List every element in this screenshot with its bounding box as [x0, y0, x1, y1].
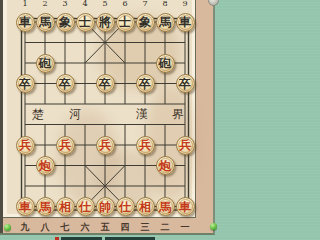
black-piece-卒[interactable]: 卒 [136, 74, 155, 93]
river-label-han: 漢 [136, 106, 148, 123]
column-label-top-1: 1 [22, 0, 27, 8]
red-piece-兵[interactable]: 兵 [16, 136, 35, 155]
river-label-jie: 界 [172, 106, 184, 123]
status-dot-right [210, 223, 217, 230]
piece-glyph: 砲 [159, 57, 171, 69]
piece-glyph: 兵 [99, 139, 111, 151]
piece-glyph: 車 [179, 201, 191, 213]
piece-glyph: 車 [19, 201, 31, 213]
piece-glyph: 卒 [139, 78, 151, 90]
column-label-bottom-5: 五 [101, 221, 110, 234]
black-piece-車[interactable]: 車 [16, 13, 35, 32]
black-piece-馬[interactable]: 馬 [36, 13, 55, 32]
piece-glyph: 炮 [159, 160, 171, 172]
red-piece-馬[interactable]: 馬 [36, 197, 55, 216]
window-left-edge [0, 0, 3, 233]
piece-glyph: 炮 [39, 160, 51, 172]
column-label-top-5: 5 [102, 0, 107, 8]
piece-glyph: 車 [179, 16, 191, 28]
column-label-bottom-9: 一 [181, 221, 190, 234]
piece-glyph: 仕 [79, 201, 91, 213]
black-piece-卒[interactable]: 卒 [96, 74, 115, 93]
column-label-bottom-1: 九 [21, 221, 30, 234]
piece-glyph: 卒 [19, 78, 31, 90]
piece-glyph: 卒 [59, 78, 71, 90]
river-label-he: 河 [69, 106, 81, 123]
red-piece-仕[interactable]: 仕 [76, 197, 95, 216]
piece-glyph: 士 [119, 16, 131, 28]
piece-glyph: 象 [139, 16, 151, 28]
piece-glyph: 士 [79, 16, 91, 28]
river-label-chu: 楚 [32, 106, 44, 123]
red-piece-馬[interactable]: 馬 [156, 197, 175, 216]
black-piece-卒[interactable]: 卒 [176, 74, 195, 93]
column-label-top-8: 8 [162, 0, 167, 8]
column-label-top-4: 4 [82, 0, 87, 8]
piece-glyph: 帥 [99, 201, 111, 213]
black-piece-將[interactable]: 將 [96, 13, 115, 32]
red-piece-相[interactable]: 相 [56, 197, 75, 216]
red-piece-仕[interactable]: 仕 [116, 197, 135, 216]
screen: 123456789 九八七六五四三二一 楚 河 漢 界 車馬象士將士象馬車砲砲卒… [0, 0, 320, 240]
black-piece-象[interactable]: 象 [136, 13, 155, 32]
piece-glyph: 砲 [39, 57, 51, 69]
column-label-bottom-7: 三 [141, 221, 150, 234]
piece-glyph: 兵 [179, 139, 191, 151]
piece-glyph: 馬 [159, 201, 171, 213]
column-label-top-2: 2 [42, 0, 47, 8]
piece-glyph: 兵 [19, 139, 31, 151]
black-piece-卒[interactable]: 卒 [56, 74, 75, 93]
black-piece-士[interactable]: 士 [116, 13, 135, 32]
red-piece-兵[interactable]: 兵 [56, 136, 75, 155]
column-label-top-7: 7 [142, 0, 147, 8]
red-piece-兵[interactable]: 兵 [136, 136, 155, 155]
red-piece-兵[interactable]: 兵 [96, 136, 115, 155]
red-piece-相[interactable]: 相 [136, 197, 155, 216]
black-piece-車[interactable]: 車 [176, 13, 195, 32]
column-label-bottom-6: 四 [121, 221, 130, 234]
red-piece-炮[interactable]: 炮 [36, 156, 55, 175]
piece-glyph: 仕 [119, 201, 131, 213]
status-dot-left [4, 224, 11, 231]
piece-glyph: 馬 [39, 16, 51, 28]
column-label-top-3: 3 [62, 0, 67, 8]
red-piece-車[interactable]: 車 [176, 197, 195, 216]
column-label-bottom-4: 六 [81, 221, 90, 234]
red-piece-炮[interactable]: 炮 [156, 156, 175, 175]
piece-glyph: 卒 [99, 78, 111, 90]
column-label-top-9: 9 [182, 0, 187, 8]
piece-glyph: 馬 [39, 201, 51, 213]
piece-glyph: 相 [59, 201, 71, 213]
black-piece-卒[interactable]: 卒 [16, 74, 35, 93]
red-piece-車[interactable]: 車 [16, 197, 35, 216]
piece-glyph: 兵 [139, 139, 151, 151]
piece-glyph: 相 [139, 201, 151, 213]
black-piece-象[interactable]: 象 [56, 13, 75, 32]
black-piece-砲[interactable]: 砲 [156, 54, 175, 73]
piece-glyph: 馬 [159, 16, 171, 28]
column-label-bottom-8: 二 [161, 221, 170, 234]
black-piece-砲[interactable]: 砲 [36, 54, 55, 73]
piece-glyph: 將 [99, 16, 111, 28]
black-piece-士[interactable]: 士 [76, 13, 95, 32]
column-label-bottom-3: 七 [61, 221, 70, 234]
top-right-knob [208, 0, 219, 6]
piece-glyph: 卒 [179, 78, 191, 90]
column-label-top-6: 6 [122, 0, 127, 8]
piece-glyph: 象 [59, 16, 71, 28]
black-piece-馬[interactable]: 馬 [156, 13, 175, 32]
piece-glyph: 兵 [59, 139, 71, 151]
piece-glyph: 車 [19, 16, 31, 28]
column-label-bottom-2: 八 [41, 221, 50, 234]
red-piece-兵[interactable]: 兵 [176, 136, 195, 155]
red-piece-帥[interactable]: 帥 [96, 197, 115, 216]
xiangqi-board-window: 123456789 九八七六五四三二一 楚 河 漢 界 車馬象士將士象馬車砲砲卒… [0, 0, 215, 235]
